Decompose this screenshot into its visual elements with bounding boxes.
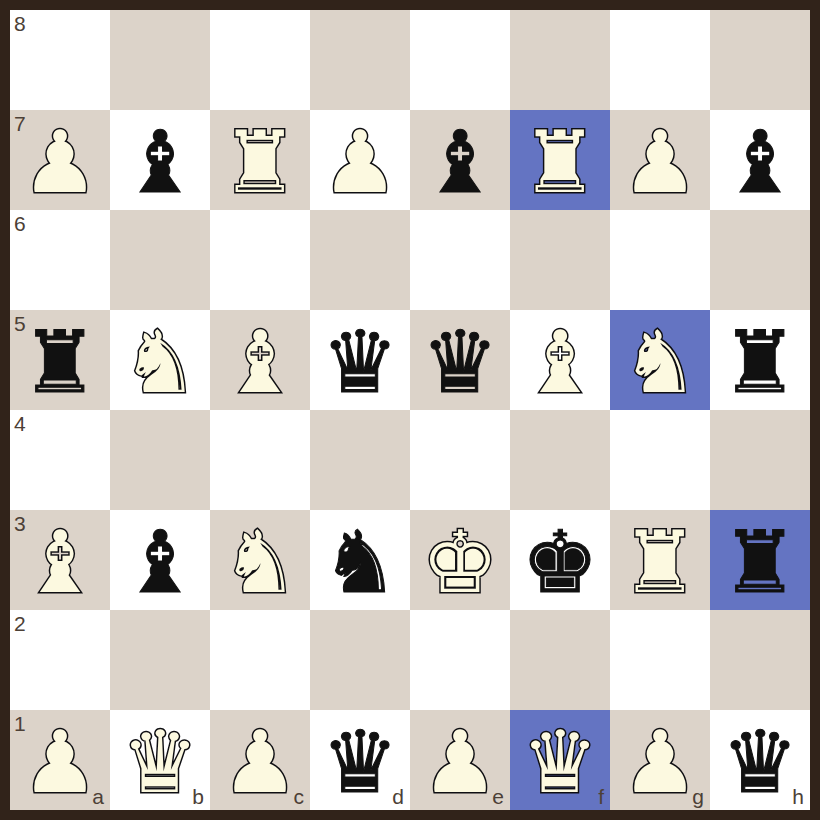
square-c6[interactable] <box>210 210 310 310</box>
file-label-f: f <box>598 786 604 807</box>
square-f7[interactable]: ♜ <box>510 110 610 210</box>
white-knight-piece[interactable]: ♞ <box>121 319 198 405</box>
file-label-e: e <box>492 786 504 807</box>
square-d8[interactable] <box>310 10 410 110</box>
square-d6[interactable] <box>310 210 410 310</box>
square-e6[interactable] <box>410 210 510 310</box>
square-g7[interactable]: ♟ <box>610 110 710 210</box>
square-h1[interactable]: ♛h <box>710 710 810 810</box>
white-pawn-piece[interactable]: ♟ <box>621 719 698 805</box>
file-label-a: a <box>92 786 104 807</box>
rank-label-5: 5 <box>14 313 26 334</box>
white-pawn-piece[interactable]: ♟ <box>621 119 698 205</box>
square-f6[interactable] <box>510 210 610 310</box>
square-f4[interactable] <box>510 410 610 510</box>
square-e5[interactable]: ♛ <box>410 310 510 410</box>
square-d5[interactable]: ♛ <box>310 310 410 410</box>
square-c1[interactable]: ♟c <box>210 710 310 810</box>
square-c3[interactable]: ♞ <box>210 510 310 610</box>
square-a1[interactable]: ♟1a <box>10 710 110 810</box>
black-knight-piece[interactable]: ♞ <box>321 519 398 605</box>
white-bishop-piece[interactable]: ♝ <box>521 319 598 405</box>
square-e4[interactable] <box>410 410 510 510</box>
white-knight-piece[interactable]: ♞ <box>221 519 298 605</box>
square-a6[interactable]: 6 <box>10 210 110 310</box>
file-label-h: h <box>792 786 804 807</box>
square-a4[interactable]: 4 <box>10 410 110 510</box>
rank-label-6: 6 <box>14 213 26 234</box>
square-f5[interactable]: ♝ <box>510 310 610 410</box>
white-king-piece[interactable]: ♚ <box>421 519 498 605</box>
white-knight-piece[interactable]: ♞ <box>621 319 698 405</box>
board-frame: 8♟7♝♜♟♝♜♟♝6♜5♞♝♛♛♝♞♜4♝3♝♞♞♚♚♜♜2♟1a♛b♟c♛d… <box>0 0 820 820</box>
black-rook-piece[interactable]: ♜ <box>721 319 798 405</box>
rank-label-7: 7 <box>14 113 26 134</box>
rank-label-1: 1 <box>14 713 26 734</box>
square-d2[interactable] <box>310 610 410 710</box>
square-g1[interactable]: ♟g <box>610 710 710 810</box>
square-e7[interactable]: ♝ <box>410 110 510 210</box>
square-g8[interactable] <box>610 10 710 110</box>
white-bishop-piece[interactable]: ♝ <box>21 519 98 605</box>
square-b6[interactable] <box>110 210 210 310</box>
square-a7[interactable]: ♟7 <box>10 110 110 210</box>
black-rook-piece[interactable]: ♜ <box>21 319 98 405</box>
square-b3[interactable]: ♝ <box>110 510 210 610</box>
square-c2[interactable] <box>210 610 310 710</box>
white-pawn-piece[interactable]: ♟ <box>321 119 398 205</box>
square-e1[interactable]: ♟e <box>410 710 510 810</box>
square-d3[interactable]: ♞ <box>310 510 410 610</box>
square-d4[interactable] <box>310 410 410 510</box>
rank-label-3: 3 <box>14 513 26 534</box>
square-g5[interactable]: ♞ <box>610 310 710 410</box>
square-d1[interactable]: ♛d <box>310 710 410 810</box>
square-b7[interactable]: ♝ <box>110 110 210 210</box>
square-a2[interactable]: 2 <box>10 610 110 710</box>
square-c4[interactable] <box>210 410 310 510</box>
square-e8[interactable] <box>410 10 510 110</box>
square-f8[interactable] <box>510 10 610 110</box>
black-queen-piece[interactable]: ♛ <box>321 719 398 805</box>
square-c5[interactable]: ♝ <box>210 310 310 410</box>
square-g3[interactable]: ♜ <box>610 510 710 610</box>
file-label-b: b <box>192 786 204 807</box>
square-g4[interactable] <box>610 410 710 510</box>
square-g6[interactable] <box>610 210 710 310</box>
black-bishop-piece[interactable]: ♝ <box>721 119 798 205</box>
white-rook-piece[interactable]: ♜ <box>521 119 598 205</box>
white-bishop-piece[interactable]: ♝ <box>221 319 298 405</box>
square-h4[interactable] <box>710 410 810 510</box>
white-queen-piece[interactable]: ♛ <box>521 719 598 805</box>
square-e2[interactable] <box>410 610 510 710</box>
white-pawn-piece[interactable]: ♟ <box>221 719 298 805</box>
square-c7[interactable]: ♜ <box>210 110 310 210</box>
rank-label-8: 8 <box>14 13 26 34</box>
square-h8[interactable] <box>710 10 810 110</box>
square-g2[interactable] <box>610 610 710 710</box>
chess-board: 8♟7♝♜♟♝♜♟♝6♜5♞♝♛♛♝♞♜4♝3♝♞♞♚♚♜♜2♟1a♛b♟c♛d… <box>10 10 810 810</box>
square-h3[interactable]: ♜ <box>710 510 810 610</box>
square-b2[interactable] <box>110 610 210 710</box>
white-queen-piece[interactable]: ♛ <box>121 719 198 805</box>
square-c8[interactable] <box>210 10 310 110</box>
square-b4[interactable] <box>110 410 210 510</box>
white-pawn-piece[interactable]: ♟ <box>21 719 98 805</box>
square-f1[interactable]: ♛f <box>510 710 610 810</box>
square-b8[interactable] <box>110 10 210 110</box>
square-b5[interactable]: ♞ <box>110 310 210 410</box>
file-label-c: c <box>294 786 305 807</box>
white-rook-piece[interactable]: ♜ <box>221 119 298 205</box>
square-b1[interactable]: ♛b <box>110 710 210 810</box>
black-queen-piece[interactable]: ♛ <box>421 319 498 405</box>
square-h6[interactable] <box>710 210 810 310</box>
square-h2[interactable] <box>710 610 810 710</box>
square-a8[interactable]: 8 <box>10 10 110 110</box>
square-f2[interactable] <box>510 610 610 710</box>
black-bishop-piece[interactable]: ♝ <box>421 119 498 205</box>
black-queen-piece[interactable]: ♛ <box>321 319 398 405</box>
white-pawn-piece[interactable]: ♟ <box>421 719 498 805</box>
square-d7[interactable]: ♟ <box>310 110 410 210</box>
black-bishop-piece[interactable]: ♝ <box>121 119 198 205</box>
square-a5[interactable]: ♜5 <box>10 310 110 410</box>
rank-label-2: 2 <box>14 613 26 634</box>
square-h5[interactable]: ♜ <box>710 310 810 410</box>
file-label-d: d <box>392 786 404 807</box>
square-f3[interactable]: ♚ <box>510 510 610 610</box>
square-a3[interactable]: ♝3 <box>10 510 110 610</box>
black-bishop-piece[interactable]: ♝ <box>121 519 198 605</box>
square-h7[interactable]: ♝ <box>710 110 810 210</box>
square-e3[interactable]: ♚ <box>410 510 510 610</box>
file-label-g: g <box>692 786 704 807</box>
black-rook-piece[interactable]: ♜ <box>721 519 798 605</box>
black-king-piece[interactable]: ♚ <box>521 519 598 605</box>
rank-label-4: 4 <box>14 413 26 434</box>
white-rook-piece[interactable]: ♜ <box>621 519 698 605</box>
black-queen-piece[interactable]: ♛ <box>721 719 798 805</box>
white-pawn-piece[interactable]: ♟ <box>21 119 98 205</box>
